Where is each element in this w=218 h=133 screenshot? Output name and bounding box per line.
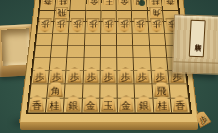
piece-kanji: 香	[176, 101, 186, 111]
board-cell	[117, 33, 133, 45]
shogi-piece-歩[interactable]: 歩	[134, 18, 147, 32]
board-cell: 歩	[148, 22, 165, 34]
shogi-piece-香[interactable]: 香	[41, 0, 54, 9]
board-cell: 桂	[46, 98, 65, 112]
board-cell: 香	[40, 0, 57, 11]
board-cell: 玉	[100, 98, 118, 112]
piece-kanji: 角	[151, 8, 160, 16]
shogi-piece-金[interactable]: 金	[119, 95, 134, 111]
shogi-piece-銀[interactable]: 銀	[72, 0, 85, 4]
shogi-piece-金[interactable]: 金	[83, 95, 98, 111]
shogi-piece-歩[interactable]: 歩	[86, 18, 99, 32]
shogi-piece-歩[interactable]: 歩	[54, 18, 67, 32]
board-cell: 銀	[64, 98, 83, 112]
piece-kanji: 歩	[104, 72, 113, 81]
shogi-piece-銀[interactable]: 銀	[65, 95, 80, 111]
shogi-piece-金[interactable]: 金	[87, 0, 100, 9]
shogi-piece-桂[interactable]: 桂	[47, 95, 62, 111]
piece-kanji: 香	[166, 0, 175, 5]
piece-kanji: 桂	[150, 0, 159, 5]
piece-kanji: 金	[86, 101, 96, 111]
board-cell	[149, 33, 166, 45]
piece-kanji: 銀	[139, 101, 149, 111]
shogi-piece-玉[interactable]: 玉	[101, 95, 116, 111]
shogi-piece-歩[interactable]: 歩	[38, 18, 51, 32]
board-cell	[101, 33, 117, 45]
board-cell: 歩	[53, 22, 70, 34]
board-cell: 角	[47, 84, 65, 98]
piece-kanji: 香	[43, 0, 52, 5]
board-cell: 香	[161, 0, 178, 11]
board-grid: 香桂銀金王金銀桂香飛角歩歩歩歩歩歩歩歩歩歩歩歩歩歩歩歩歩歩角飛香桂銀金玉金銀桂香	[26, 0, 192, 114]
piece-kanji: 歩	[155, 72, 165, 81]
piece-kanji: 歩	[57, 19, 66, 27]
piece-kanji: 歩	[72, 19, 81, 27]
shogi-piece-歩[interactable]: 歩	[150, 18, 163, 32]
board-cell: 香	[171, 98, 190, 112]
piece-kanji: 歩	[104, 19, 113, 27]
piece-box-lid-seam	[173, 61, 218, 64]
shogi-piece-桂[interactable]: 桂	[155, 95, 170, 111]
board-cell: 歩	[31, 70, 49, 84]
board-cell	[85, 33, 101, 45]
piece-kanji: 歩	[41, 19, 50, 27]
board-cell	[133, 45, 150, 57]
board-front-edge	[20, 122, 198, 130]
piece-kanji: 銀	[68, 101, 78, 111]
board-cell: 歩	[49, 70, 67, 84]
shogi-piece-歩[interactable]: 歩	[118, 18, 131, 32]
board-cell	[68, 33, 85, 45]
board-cell	[169, 84, 188, 98]
dark-smudge	[139, 0, 145, 6]
board-cell: 歩	[134, 70, 152, 84]
shogi-piece-王[interactable]: 王	[102, 0, 115, 9]
piece-kanji: 桂	[157, 101, 167, 111]
piece-kanji: 歩	[87, 72, 96, 81]
piece-kanji: 王	[104, 0, 112, 5]
board-cell: 歩	[37, 22, 54, 34]
board-cell: 歩	[132, 22, 148, 34]
board-cell	[30, 84, 49, 98]
piece-kanji: 香	[32, 101, 42, 111]
piece-kanji: 歩	[136, 19, 145, 27]
board-cell: 歩	[101, 22, 117, 34]
board-cell	[35, 45, 53, 57]
board-cell: 金	[116, 0, 132, 11]
piece-kanji: 歩	[120, 19, 129, 27]
piece-kanji: 歩	[88, 19, 97, 27]
board-cell: 歩	[66, 70, 84, 84]
piece-kanji: 歩	[52, 72, 62, 81]
board-cell: 香	[28, 98, 47, 112]
shogi-piece-香[interactable]: 香	[164, 0, 177, 9]
piece-kanji: 歩	[138, 72, 148, 81]
piece-kanji: 歩	[35, 72, 45, 81]
loose-piece-kanji: 歩	[198, 115, 210, 127]
board-cell: 銀	[135, 98, 154, 112]
board-cell	[36, 33, 53, 45]
board-cell	[52, 33, 69, 45]
piece-kanji: 金	[120, 0, 128, 5]
board-cell: 金	[86, 0, 102, 11]
board-cell: 桂	[153, 98, 172, 112]
board-cell: 歩	[117, 70, 134, 84]
board-cell: 歩	[83, 70, 100, 84]
board-cell: 金	[82, 98, 100, 112]
board-cell: 歩	[85, 22, 101, 34]
shogi-piece-銀[interactable]: 銀	[137, 95, 152, 111]
piece-box: 御将棋駒	[172, 14, 218, 75]
piece-kanji: 桂	[58, 0, 67, 5]
shogi-piece-香[interactable]: 香	[173, 95, 188, 111]
board-cell	[150, 45, 167, 57]
shogi-piece-香[interactable]: 香	[29, 95, 44, 111]
shogi-piece-歩[interactable]: 歩	[70, 18, 83, 32]
board-cell	[84, 45, 101, 57]
piece-kanji: 金	[89, 0, 97, 5]
piece-kanji: 歩	[69, 72, 79, 81]
shogi-piece-歩[interactable]: 歩	[102, 18, 115, 32]
board-cell	[51, 45, 68, 57]
board-cell: 歩	[117, 22, 133, 34]
board-cell: 歩	[100, 70, 117, 84]
piece-kanji: 玉	[104, 101, 114, 111]
board-cell	[68, 45, 85, 57]
piece-kanji: 歩	[152, 19, 161, 27]
piece-kanji: 角	[51, 86, 61, 95]
piece-kanji: 飛	[58, 8, 67, 16]
board-cell	[117, 45, 134, 57]
shogi-piece-金[interactable]: 金	[118, 0, 131, 9]
board-cell	[101, 45, 118, 57]
shogi-piece-角[interactable]: 角	[49, 81, 64, 97]
shogi-piece-飛[interactable]: 飛	[154, 81, 169, 97]
piece-kanji: 金	[121, 101, 131, 111]
board-cell: 金	[118, 98, 136, 112]
board-cell: 歩	[69, 22, 85, 34]
piece-kanji: 歩	[121, 72, 130, 81]
piece-kanji: 飛	[156, 86, 166, 95]
board-cell: 王	[101, 0, 116, 11]
board-cell	[133, 33, 150, 45]
piece-kanji: 桂	[50, 101, 60, 111]
board-cell: 銀	[71, 0, 87, 11]
table-surface: 香桂銀金王金銀桂香飛角歩歩歩歩歩歩歩歩歩歩歩歩歩歩歩歩歩歩角飛香桂銀金玉金銀桂香…	[0, 0, 218, 133]
piece-box-label: 御将棋駒	[189, 20, 206, 58]
